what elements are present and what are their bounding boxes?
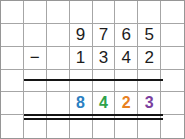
empty-grid-cell: [161, 1, 184, 24]
digit-cell: 1: [70, 47, 93, 70]
digit-cell: 7: [93, 24, 116, 47]
empty-grid-cell: [161, 70, 184, 93]
empty-grid-cell: [1, 70, 24, 93]
empty-grid-cell: [1, 47, 24, 70]
empty-grid-cell: [161, 24, 184, 47]
empty-grid-cell: [24, 24, 47, 47]
digit-cell: 9: [70, 24, 93, 47]
empty-grid-cell: [1, 115, 24, 138]
digit-cell: 4: [115, 47, 138, 70]
empty-grid-cell: [47, 47, 70, 70]
empty-grid-cell: [138, 1, 161, 24]
result-double-line-bottom: [24, 118, 163, 120]
empty-grid-cell: [161, 47, 184, 70]
digit-cell: 4: [93, 92, 116, 115]
empty-grid-cell: [1, 1, 24, 24]
digit-cell: 2: [138, 47, 161, 70]
empty-grid-cell: [1, 92, 24, 115]
empty-grid-cell: [70, 1, 93, 24]
empty-grid-cell: [47, 24, 70, 47]
empty-grid-cell: [161, 92, 184, 115]
digit-cell: 2: [115, 92, 138, 115]
empty-grid-cell: [161, 115, 184, 138]
digit-cell: 8: [70, 92, 93, 115]
empty-grid-cell: [24, 92, 47, 115]
empty-grid-cell: [115, 1, 138, 24]
result-double-line-top: [24, 114, 163, 116]
empty-grid-cell: [93, 1, 116, 24]
empty-grid-cell: [1, 24, 24, 47]
subtraction-worksheet: 9765−13428423: [0, 0, 185, 139]
minus-operator-cell: −: [24, 47, 47, 70]
digit-cell: 3: [93, 47, 116, 70]
empty-grid-cell: [24, 1, 47, 24]
digit-cell: 3: [138, 92, 161, 115]
subtraction-rule-line: [24, 79, 163, 81]
empty-grid-cell: [47, 92, 70, 115]
digit-cell: 5: [138, 24, 161, 47]
empty-grid-cell: [47, 1, 70, 24]
digit-cell: 6: [115, 24, 138, 47]
